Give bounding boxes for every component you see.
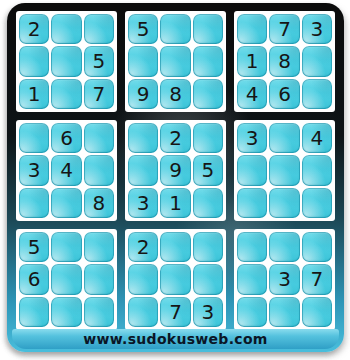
cell-r1c7[interactable] [237, 14, 267, 44]
cell-r5c3[interactable] [84, 155, 114, 185]
box-1: 2517 [16, 11, 117, 112]
cell-r7c1[interactable]: 5 [19, 232, 49, 262]
cell-r7c2[interactable] [51, 232, 81, 262]
cell-r5c4[interactable] [128, 155, 158, 185]
box-8: 273 [125, 229, 226, 330]
cell-r5c9[interactable] [302, 155, 332, 185]
cell-r7c7[interactable] [237, 232, 267, 262]
cell-r4c1[interactable] [19, 123, 49, 153]
cell-r7c3[interactable] [84, 232, 114, 262]
sudoku-board: 2517598731846634829531345627337 www.sudo… [7, 3, 344, 352]
cell-r9c6[interactable]: 3 [193, 297, 223, 327]
cell-r4c4[interactable] [128, 123, 158, 153]
cell-r6c5[interactable]: 1 [160, 188, 190, 218]
cell-r2c5[interactable] [160, 46, 190, 76]
url-bar: www.sudokusweb.com [12, 329, 339, 349]
cell-r2c9[interactable] [302, 46, 332, 76]
cell-r7c9[interactable] [302, 232, 332, 262]
cell-r6c2[interactable] [51, 188, 81, 218]
cell-r3c9[interactable] [302, 79, 332, 109]
cell-r8c6[interactable] [193, 264, 223, 294]
cell-r4c9[interactable]: 4 [302, 123, 332, 153]
cell-r2c6[interactable] [193, 46, 223, 76]
cell-r7c8[interactable] [269, 232, 299, 262]
cell-r9c3[interactable] [84, 297, 114, 327]
cell-r5c8[interactable] [269, 155, 299, 185]
cell-r2c7[interactable]: 1 [237, 46, 267, 76]
cell-r2c2[interactable] [51, 46, 81, 76]
cell-r4c3[interactable] [84, 123, 114, 153]
box-4: 6348 [16, 120, 117, 221]
cell-r2c1[interactable] [19, 46, 49, 76]
cell-r2c3[interactable]: 5 [84, 46, 114, 76]
cell-r4c8[interactable] [269, 123, 299, 153]
cell-r6c3[interactable]: 8 [84, 188, 114, 218]
cell-r3c7[interactable]: 4 [237, 79, 267, 109]
cell-r6c8[interactable] [269, 188, 299, 218]
cell-r3c3[interactable]: 7 [84, 79, 114, 109]
cell-r3c1[interactable]: 1 [19, 79, 49, 109]
cell-r5c7[interactable] [237, 155, 267, 185]
cell-r5c6[interactable]: 5 [193, 155, 223, 185]
cell-r1c9[interactable]: 3 [302, 14, 332, 44]
cell-r7c6[interactable] [193, 232, 223, 262]
cell-r8c9[interactable]: 7 [302, 264, 332, 294]
box-9: 37 [234, 229, 335, 330]
cell-r2c4[interactable] [128, 46, 158, 76]
cell-r3c6[interactable] [193, 79, 223, 109]
cell-r8c2[interactable] [51, 264, 81, 294]
sudoku-grid: 2517598731846634829531345627337 [16, 11, 335, 330]
page: 2517598731846634829531345627337 www.sudo… [0, 0, 350, 360]
cell-r9c4[interactable] [128, 297, 158, 327]
cell-r6c6[interactable] [193, 188, 223, 218]
cell-r5c5[interactable]: 9 [160, 155, 190, 185]
cell-r9c2[interactable] [51, 297, 81, 327]
cell-r9c8[interactable] [269, 297, 299, 327]
cell-r7c4[interactable]: 2 [128, 232, 158, 262]
cell-r5c2[interactable]: 4 [51, 155, 81, 185]
box-5: 29531 [125, 120, 226, 221]
cell-r1c6[interactable] [193, 14, 223, 44]
cell-r1c3[interactable] [84, 14, 114, 44]
cell-r9c7[interactable] [237, 297, 267, 327]
cell-r8c1[interactable]: 6 [19, 264, 49, 294]
cell-r6c7[interactable] [237, 188, 267, 218]
cell-r9c5[interactable]: 7 [160, 297, 190, 327]
cell-r8c3[interactable] [84, 264, 114, 294]
cell-r1c5[interactable] [160, 14, 190, 44]
cell-r3c8[interactable]: 6 [269, 79, 299, 109]
cell-r1c8[interactable]: 7 [269, 14, 299, 44]
box-7: 56 [16, 229, 117, 330]
cell-r8c5[interactable] [160, 264, 190, 294]
cell-r9c9[interactable] [302, 297, 332, 327]
cell-r7c5[interactable] [160, 232, 190, 262]
box-2: 598 [125, 11, 226, 112]
cell-r3c2[interactable] [51, 79, 81, 109]
cell-r6c9[interactable] [302, 188, 332, 218]
cell-r4c5[interactable]: 2 [160, 123, 190, 153]
cell-r9c1[interactable] [19, 297, 49, 327]
cell-r1c2[interactable] [51, 14, 81, 44]
cell-r3c5[interactable]: 8 [160, 79, 190, 109]
website-url: www.sudokusweb.com [83, 331, 267, 347]
cell-r2c8[interactable]: 8 [269, 46, 299, 76]
cell-r5c1[interactable]: 3 [19, 155, 49, 185]
cell-r8c4[interactable] [128, 264, 158, 294]
cell-r6c1[interactable] [19, 188, 49, 218]
cell-r6c4[interactable]: 3 [128, 188, 158, 218]
cell-r8c7[interactable] [237, 264, 267, 294]
cell-r8c8[interactable]: 3 [269, 264, 299, 294]
cell-r4c7[interactable]: 3 [237, 123, 267, 153]
box-3: 731846 [234, 11, 335, 112]
cell-r1c1[interactable]: 2 [19, 14, 49, 44]
box-6: 34 [234, 120, 335, 221]
cell-r4c6[interactable] [193, 123, 223, 153]
cell-r3c4[interactable]: 9 [128, 79, 158, 109]
cell-r1c4[interactable]: 5 [128, 14, 158, 44]
cell-r4c2[interactable]: 6 [51, 123, 81, 153]
